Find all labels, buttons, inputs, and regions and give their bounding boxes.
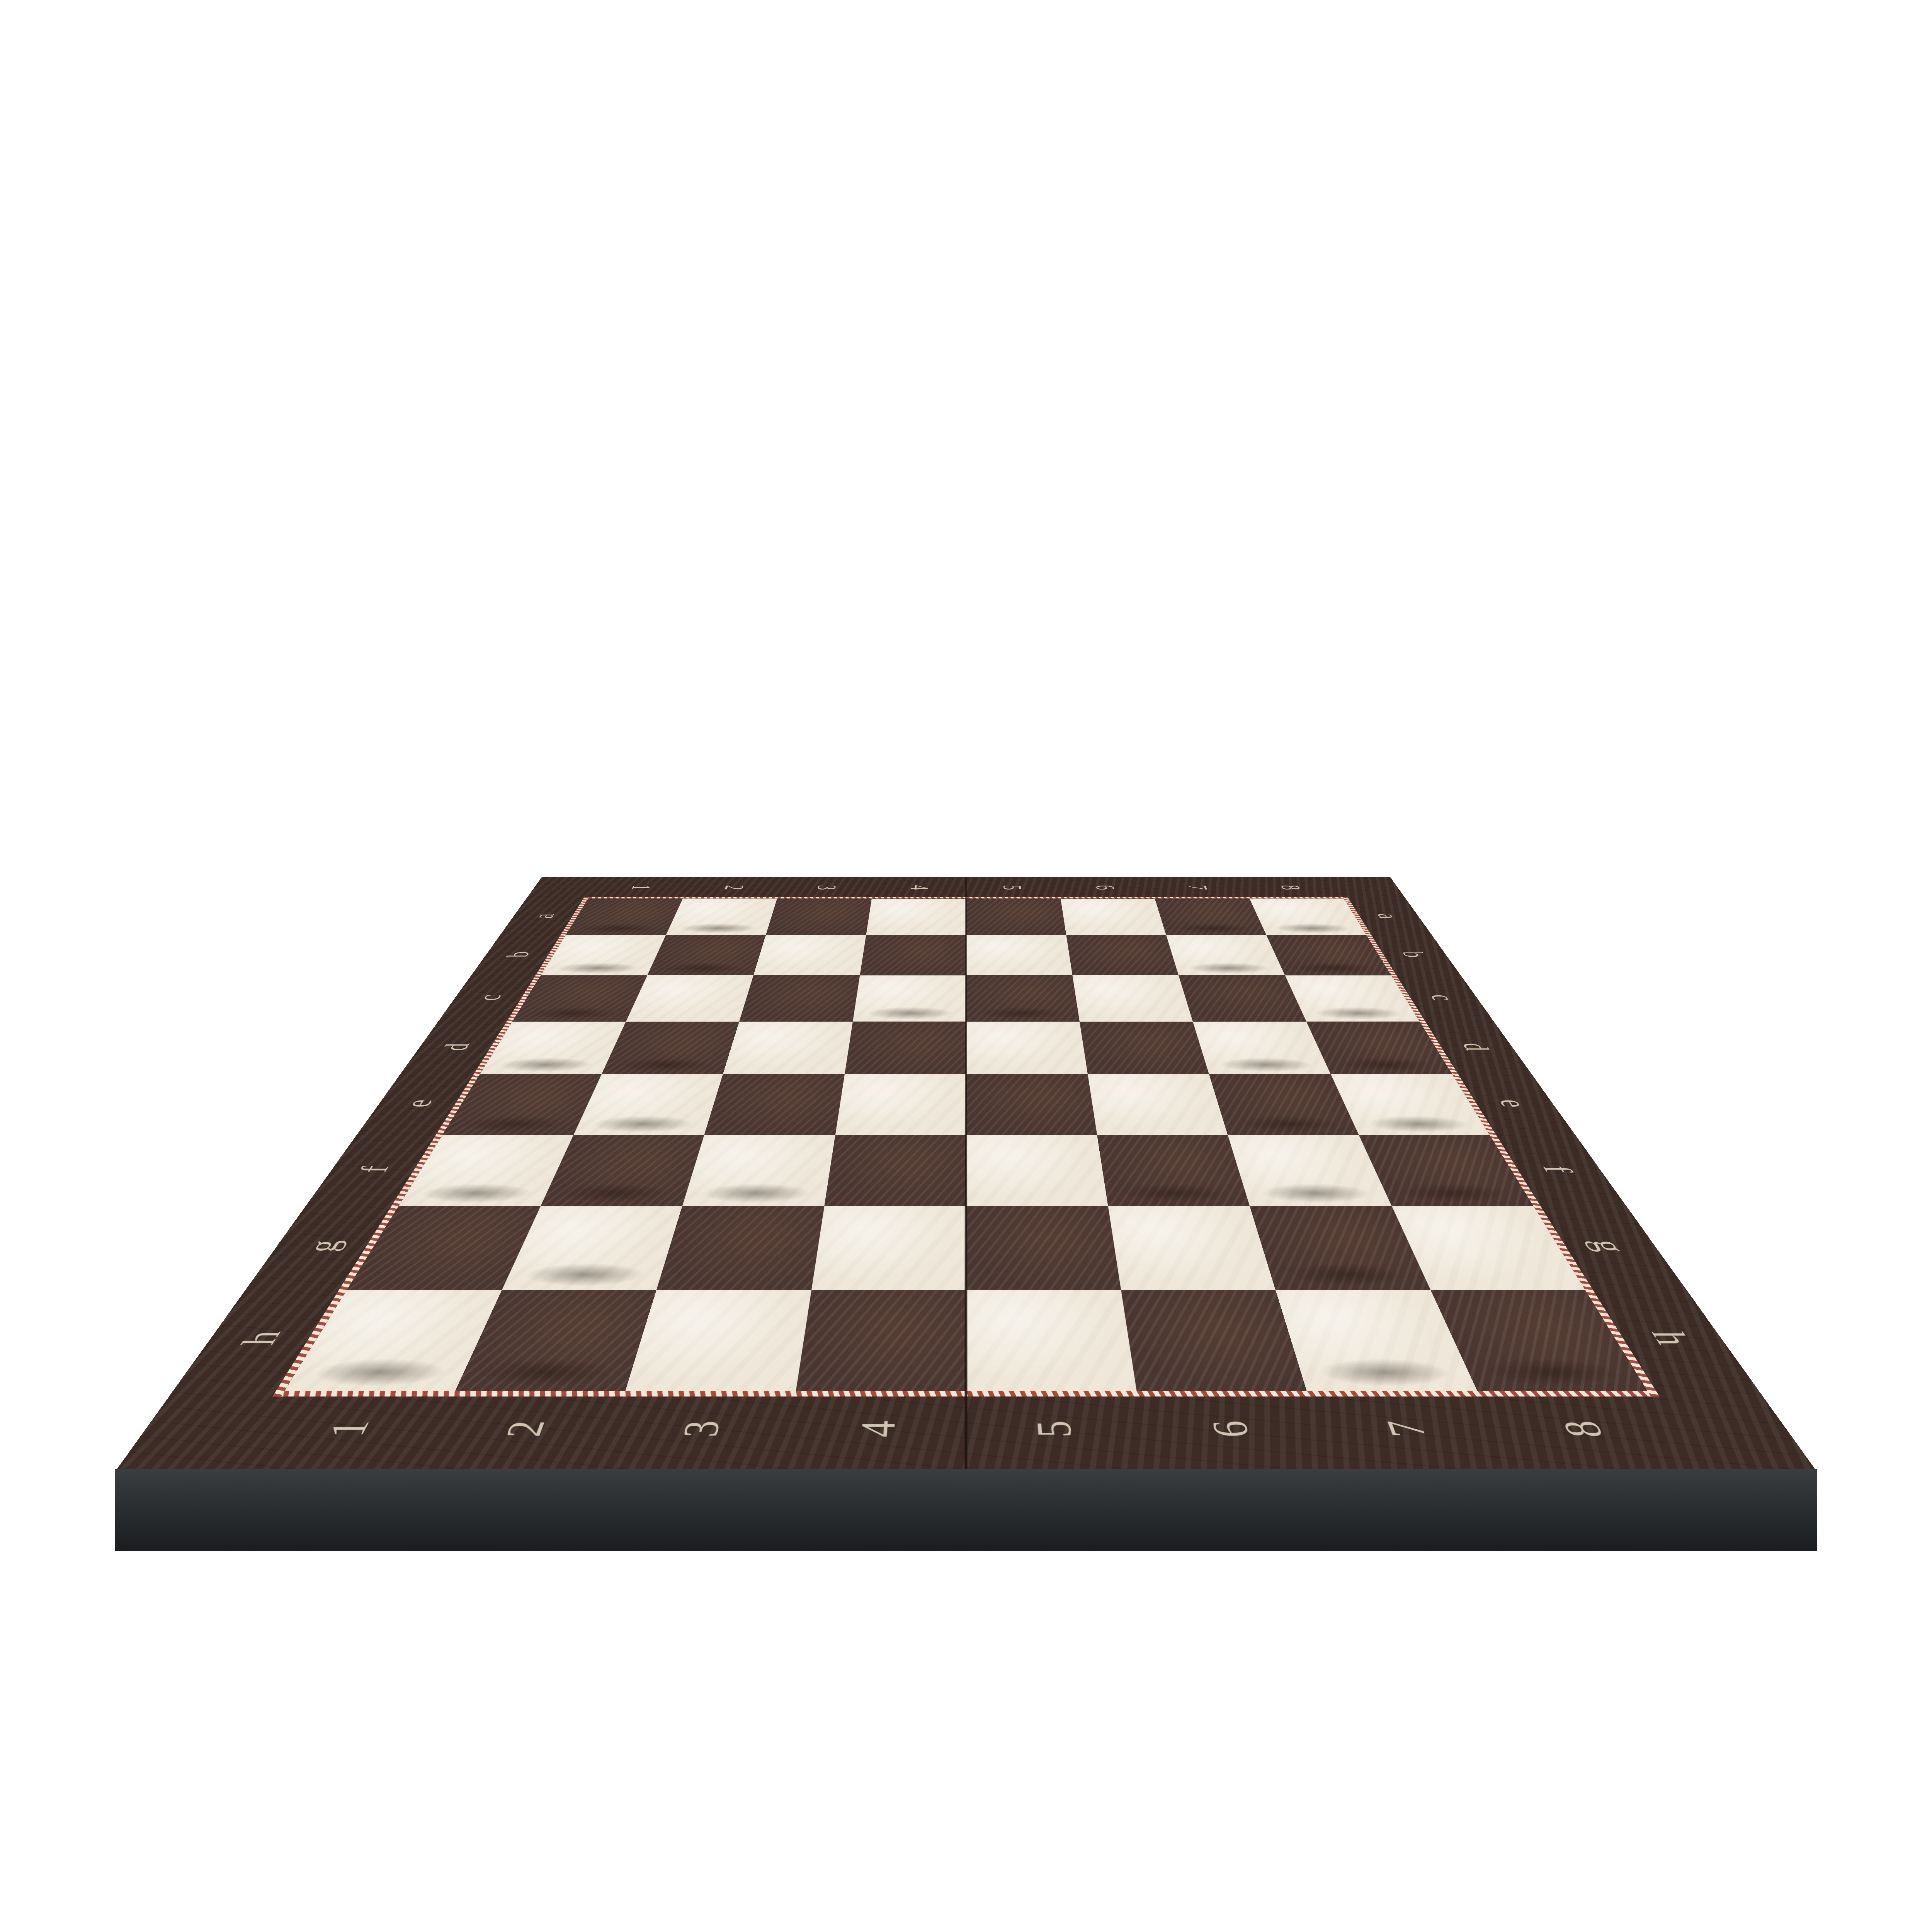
square-f5[interactable] bbox=[966, 1135, 1108, 1206]
far-rank-label-7: 7 bbox=[1184, 885, 1212, 890]
far-rank-label-8: 8 bbox=[1276, 885, 1305, 890]
piece-shadow-a7 bbox=[1173, 923, 1255, 933]
near-rank-label-5: 5 bbox=[1029, 1421, 1080, 1437]
square-a3[interactable] bbox=[766, 898, 871, 935]
square-a7[interactable]: ♟♟ bbox=[1155, 898, 1266, 935]
left-file-label-h: h bbox=[234, 1331, 289, 1345]
near-rank-label-4: 4 bbox=[852, 1421, 903, 1437]
far-rank-label-5: 5 bbox=[999, 885, 1026, 890]
near-rank-label-1: 1 bbox=[320, 1421, 378, 1437]
square-a8[interactable]: ♜♜ bbox=[1249, 898, 1366, 935]
far-rank-label-4: 4 bbox=[906, 885, 933, 890]
square-h1[interactable]: ♜♜ bbox=[285, 1290, 502, 1391]
square-h6[interactable] bbox=[1121, 1290, 1307, 1391]
photo-scene: 12345678 12345678 abcdefgh abcdefgh ♜♜♟♟… bbox=[400, 509, 1532, 1640]
square-g4[interactable] bbox=[811, 1206, 966, 1290]
square-c6[interactable] bbox=[1072, 975, 1193, 1021]
square-b6[interactable] bbox=[1066, 935, 1179, 975]
left-file-label-d: d bbox=[437, 1043, 475, 1051]
square-g6[interactable] bbox=[1108, 1206, 1276, 1290]
board-side-edge bbox=[115, 1469, 1817, 1551]
near-rank-label-7: 7 bbox=[1379, 1421, 1434, 1437]
left-file-label-g: g bbox=[298, 1240, 348, 1252]
square-a6[interactable] bbox=[1060, 898, 1166, 935]
square-a5[interactable] bbox=[966, 898, 1066, 935]
far-rank-label-6: 6 bbox=[1092, 885, 1119, 890]
square-h5[interactable] bbox=[966, 1290, 1136, 1391]
square-c5[interactable]: ♟♟ bbox=[966, 975, 1079, 1021]
square-e5[interactable] bbox=[966, 1074, 1097, 1135]
square-b5[interactable] bbox=[966, 935, 1072, 975]
right-file-label-a: a bbox=[1373, 914, 1403, 918]
near-rank-label-8: 8 bbox=[1554, 1421, 1612, 1437]
square-h4[interactable] bbox=[796, 1290, 966, 1391]
near-rank-label-2: 2 bbox=[497, 1421, 553, 1437]
far-rank-label-3: 3 bbox=[813, 885, 840, 890]
near-rank-label-6: 6 bbox=[1204, 1421, 1257, 1437]
piece-reflection-c5: ♟ bbox=[1022, 1017, 1028, 1090]
square-g5[interactable] bbox=[966, 1206, 1121, 1290]
reflection-glyph: ♟ bbox=[1022, 1017, 1159, 1090]
near-rank-label-3: 3 bbox=[675, 1421, 728, 1437]
chess-board: 12345678 12345678 abcdefgh abcdefgh ♜♜♟♟… bbox=[117, 877, 1815, 1469]
square-f6[interactable]: ♞♞ bbox=[1097, 1135, 1250, 1206]
piece-shadow-c5 bbox=[978, 1007, 1067, 1019]
square-d5[interactable] bbox=[966, 1022, 1088, 1074]
square-a4[interactable] bbox=[866, 898, 966, 935]
square-h7[interactable]: ♟♟ bbox=[1276, 1290, 1477, 1391]
piece-shadow-a8 bbox=[1272, 923, 1354, 933]
